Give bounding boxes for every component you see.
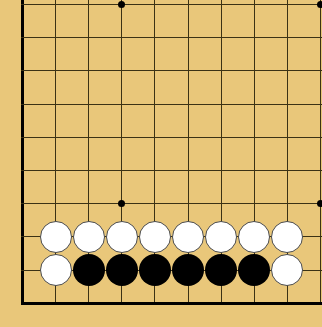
star-point bbox=[118, 1, 125, 8]
white-stone bbox=[271, 221, 303, 253]
grid-line-horizontal bbox=[21, 170, 322, 171]
white-stone bbox=[172, 221, 204, 253]
white-stone bbox=[40, 221, 72, 253]
grid-line-horizontal bbox=[21, 137, 322, 138]
go-diagram bbox=[0, 0, 322, 327]
white-stone bbox=[205, 221, 237, 253]
black-stone bbox=[205, 254, 237, 286]
white-stone bbox=[139, 221, 171, 253]
grid-line-vertical bbox=[320, 0, 321, 305]
black-stone bbox=[106, 254, 138, 286]
star-point bbox=[317, 1, 322, 8]
black-stone bbox=[73, 254, 105, 286]
white-stone bbox=[40, 254, 72, 286]
star-point bbox=[118, 200, 125, 207]
white-stone bbox=[271, 254, 303, 286]
black-stone bbox=[139, 254, 171, 286]
grid-line-horizontal bbox=[21, 203, 322, 204]
grid-line-horizontal bbox=[21, 4, 322, 5]
grid-line-horizontal bbox=[21, 37, 322, 38]
white-stone bbox=[73, 221, 105, 253]
grid-line-horizontal bbox=[21, 70, 322, 71]
board-border-left bbox=[21, 0, 24, 305]
white-stone bbox=[106, 221, 138, 253]
black-stone bbox=[238, 254, 270, 286]
grid-line-horizontal bbox=[21, 104, 322, 105]
black-stone bbox=[172, 254, 204, 286]
board-border-bottom bbox=[21, 302, 322, 305]
white-stone bbox=[238, 221, 270, 253]
go-board[interactable] bbox=[0, 0, 322, 327]
star-point bbox=[317, 200, 322, 207]
